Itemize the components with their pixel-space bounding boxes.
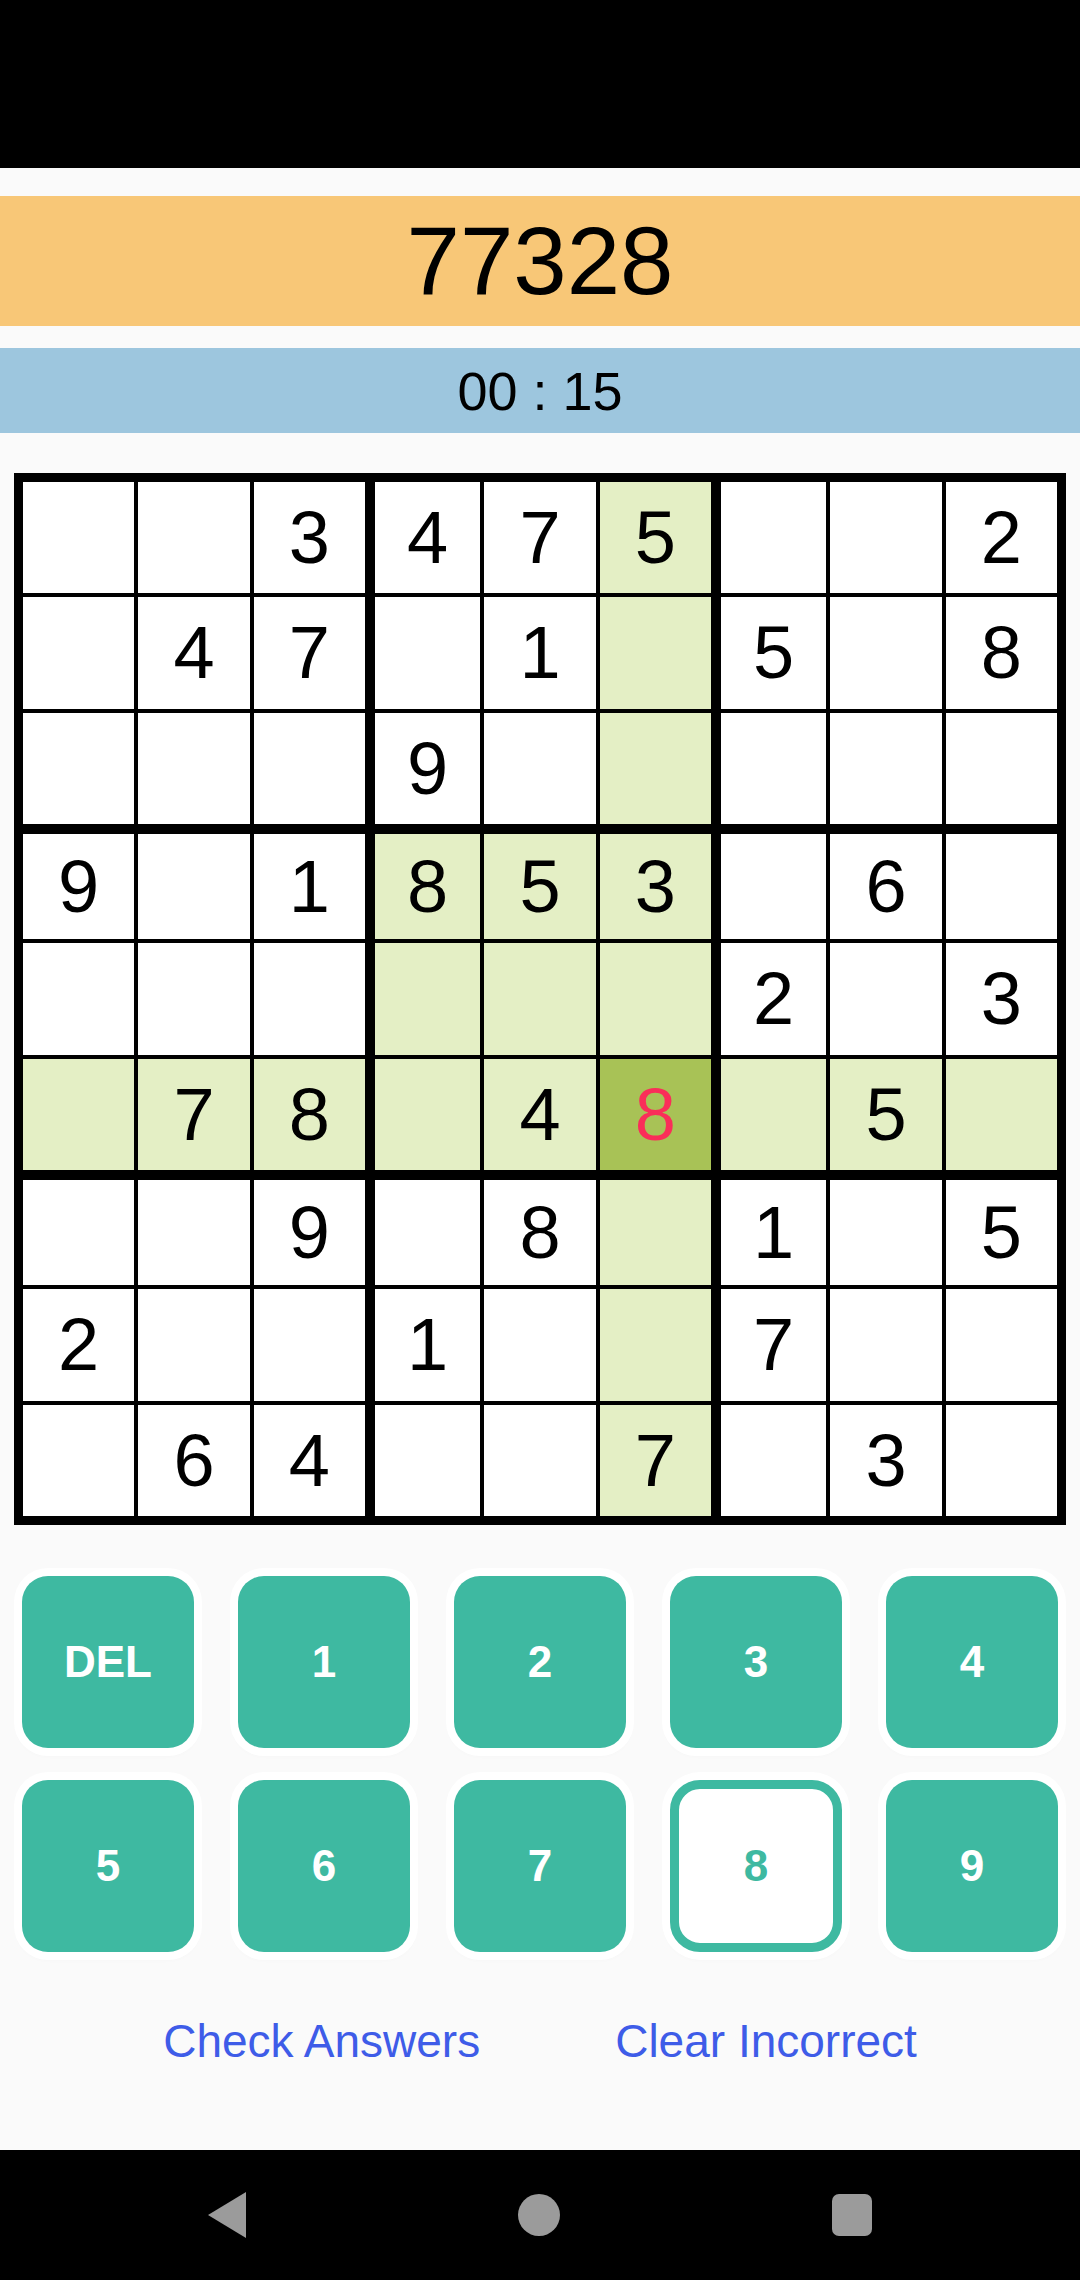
cell-r6c9[interactable] <box>946 1059 1057 1170</box>
cell-r1c7[interactable] <box>715 482 826 593</box>
action-links: Check Answers Clear Incorrect <box>0 2014 1080 2068</box>
timer-bar: 00 : 15 <box>0 348 1080 433</box>
cell-r7c7[interactable]: 1 <box>715 1174 826 1285</box>
cell-r6c3[interactable]: 8 <box>254 1059 365 1170</box>
android-nav-bar <box>0 2150 1080 2280</box>
cell-r3c5[interactable] <box>484 713 595 824</box>
cell-r7c1[interactable] <box>23 1174 134 1285</box>
back-icon[interactable] <box>208 2192 246 2238</box>
cell-r3c3[interactable] <box>254 713 365 824</box>
cell-r5c6[interactable] <box>600 943 711 1054</box>
cell-r8c2[interactable] <box>138 1289 249 1400</box>
numpad-row-2: 5 6 7 8 9 <box>22 1780 1058 1952</box>
spacer <box>0 326 1080 348</box>
cell-r7c3[interactable]: 9 <box>254 1174 365 1285</box>
cell-r4c1[interactable]: 9 <box>23 828 134 939</box>
numpad: DEL 1 2 3 4 5 6 7 8 9 <box>0 1576 1080 1952</box>
cell-r8c9[interactable] <box>946 1289 1057 1400</box>
home-icon[interactable] <box>518 2194 560 2236</box>
cell-r7c6[interactable] <box>600 1174 711 1285</box>
cell-r8c3[interactable] <box>254 1289 365 1400</box>
cell-r9c6[interactable]: 7 <box>600 1405 711 1516</box>
numpad-button-5[interactable]: 5 <box>22 1780 194 1952</box>
recents-icon[interactable] <box>832 2194 872 2236</box>
cell-r5c1[interactable] <box>23 943 134 1054</box>
cell-r7c2[interactable] <box>138 1174 249 1285</box>
cell-r2c1[interactable] <box>23 597 134 708</box>
cell-r3c7[interactable] <box>715 713 826 824</box>
sudoku-board: 34752471589918536237848598152176473 <box>14 473 1066 1525</box>
cell-r9c1[interactable] <box>23 1405 134 1516</box>
cell-r7c5[interactable]: 8 <box>484 1174 595 1285</box>
numpad-button-3[interactable]: 3 <box>670 1576 842 1748</box>
cell-r1c6[interactable]: 5 <box>600 482 711 593</box>
cell-r1c3[interactable]: 3 <box>254 482 365 593</box>
cell-r8c5[interactable] <box>484 1289 595 1400</box>
cell-r8c4[interactable]: 1 <box>369 1289 480 1400</box>
cell-r3c1[interactable] <box>23 713 134 824</box>
numpad-button-6[interactable]: 6 <box>238 1780 410 1952</box>
cell-r4c6[interactable]: 3 <box>600 828 711 939</box>
cell-r8c6[interactable] <box>600 1289 711 1400</box>
status-bar <box>0 0 1080 168</box>
cell-r2c5[interactable]: 1 <box>484 597 595 708</box>
cell-r1c9[interactable]: 2 <box>946 482 1057 593</box>
cell-r2c4[interactable] <box>369 597 480 708</box>
cell-r9c7[interactable] <box>715 1405 826 1516</box>
cell-r3c4[interactable]: 9 <box>369 713 480 824</box>
cell-r6c2[interactable]: 7 <box>138 1059 249 1170</box>
numpad-row-1: DEL 1 2 3 4 <box>22 1576 1058 1748</box>
cell-r6c5[interactable]: 4 <box>484 1059 595 1170</box>
cell-r2c7[interactable]: 5 <box>715 597 826 708</box>
puzzle-id: 77328 <box>407 206 674 316</box>
cell-r1c8[interactable] <box>830 482 941 593</box>
cell-r9c3[interactable]: 4 <box>254 1405 365 1516</box>
cell-r2c8[interactable] <box>830 597 941 708</box>
check-answers-link[interactable]: Check Answers <box>163 2014 480 2068</box>
cell-r9c8[interactable]: 3 <box>830 1405 941 1516</box>
cell-r2c2[interactable]: 4 <box>138 597 249 708</box>
cell-r7c9[interactable]: 5 <box>946 1174 1057 1285</box>
cell-r6c1[interactable] <box>23 1059 134 1170</box>
cell-r6c7[interactable] <box>715 1059 826 1170</box>
cell-r4c7[interactable] <box>715 828 826 939</box>
cell-r5c8[interactable] <box>830 943 941 1054</box>
cell-r8c1[interactable]: 2 <box>23 1289 134 1400</box>
numpad-button-2[interactable]: 2 <box>454 1576 626 1748</box>
cell-r7c8[interactable] <box>830 1174 941 1285</box>
cell-r3c8[interactable] <box>830 713 941 824</box>
numpad-button-8[interactable]: 8 <box>670 1780 842 1952</box>
cell-r4c4[interactable]: 8 <box>369 828 480 939</box>
cell-r4c2[interactable] <box>138 828 249 939</box>
cell-r1c1[interactable] <box>23 482 134 593</box>
cell-r7c4[interactable] <box>369 1174 480 1285</box>
timer-value: 00 : 15 <box>457 360 622 422</box>
cell-r4c9[interactable] <box>946 828 1057 939</box>
cell-r3c9[interactable] <box>946 713 1057 824</box>
clear-incorrect-link[interactable]: Clear Incorrect <box>615 2014 917 2068</box>
cell-r4c5[interactable]: 5 <box>484 828 595 939</box>
cell-r5c2[interactable] <box>138 943 249 1054</box>
numpad-button-7[interactable]: 7 <box>454 1780 626 1952</box>
cell-r5c5[interactable] <box>484 943 595 1054</box>
cell-r3c6[interactable] <box>600 713 711 824</box>
cell-r9c4[interactable] <box>369 1405 480 1516</box>
cell-r5c7[interactable]: 2 <box>715 943 826 1054</box>
cell-r1c5[interactable]: 7 <box>484 482 595 593</box>
puzzle-banner: 77328 <box>0 196 1080 326</box>
cell-r3c2[interactable] <box>138 713 249 824</box>
numpad-button-4[interactable]: 4 <box>886 1576 1058 1748</box>
cell-r6c6[interactable]: 8 <box>600 1059 711 1170</box>
cell-r5c4[interactable] <box>369 943 480 1054</box>
spacer <box>0 168 1080 196</box>
numpad-button-1[interactable]: 1 <box>238 1576 410 1748</box>
cell-r4c8[interactable]: 6 <box>830 828 941 939</box>
cell-r2c6[interactable] <box>600 597 711 708</box>
numpad-button-9[interactable]: 9 <box>886 1780 1058 1952</box>
cell-r2c9[interactable]: 8 <box>946 597 1057 708</box>
board-wrap: 34752471589918536237848598152176473 <box>0 473 1080 1525</box>
cell-r6c8[interactable]: 5 <box>830 1059 941 1170</box>
cell-r4c3[interactable]: 1 <box>254 828 365 939</box>
cell-r8c8[interactable] <box>830 1289 941 1400</box>
cell-r5c9[interactable]: 3 <box>946 943 1057 1054</box>
cell-r5c3[interactable] <box>254 943 365 1054</box>
cell-r9c2[interactable]: 6 <box>138 1405 249 1516</box>
cell-r9c5[interactable] <box>484 1405 595 1516</box>
numpad-button-del[interactable]: DEL <box>22 1576 194 1748</box>
cell-r6c4[interactable] <box>369 1059 480 1170</box>
cell-r1c4[interactable]: 4 <box>369 482 480 593</box>
cell-r1c2[interactable] <box>138 482 249 593</box>
cell-r9c9[interactable] <box>946 1405 1057 1516</box>
cell-r2c3[interactable]: 7 <box>254 597 365 708</box>
cell-r8c7[interactable]: 7 <box>715 1289 826 1400</box>
